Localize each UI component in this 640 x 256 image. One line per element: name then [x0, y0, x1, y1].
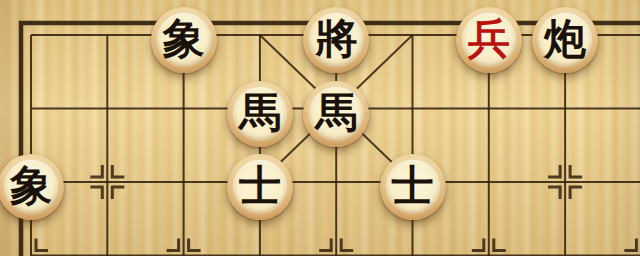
piece-face: 炮: [538, 13, 592, 67]
piece-black-general[interactable]: 將: [303, 7, 369, 73]
piece-black-horse[interactable]: 馬: [303, 81, 369, 147]
pieces-layer: 象將兵炮馬馬象士士: [0, 0, 640, 256]
piece-face: 象: [4, 160, 58, 214]
piece-red-soldier[interactable]: 兵: [456, 7, 522, 73]
piece-character: 將: [315, 18, 357, 60]
piece-face: 兵: [462, 13, 516, 67]
piece-face: 士: [386, 160, 440, 214]
piece-character: 士: [392, 165, 434, 207]
piece-face: 象: [157, 13, 211, 67]
piece-character: 象: [10, 165, 52, 207]
piece-black-horse[interactable]: 馬: [227, 81, 293, 147]
piece-face: 將: [309, 13, 363, 67]
piece-face: 士: [233, 160, 287, 214]
piece-character: 士: [239, 165, 281, 207]
piece-face: 馬: [309, 87, 363, 141]
piece-black-elephant[interactable]: 象: [151, 7, 217, 73]
xiangqi-screenshot: 象將兵炮馬馬象士士: [0, 0, 640, 256]
piece-black-advisor[interactable]: 士: [227, 154, 293, 220]
piece-character: 炮: [544, 18, 586, 60]
piece-black-advisor[interactable]: 士: [380, 154, 446, 220]
piece-character: 馬: [239, 92, 281, 134]
piece-black-cannon[interactable]: 炮: [532, 7, 598, 73]
piece-character: 馬: [315, 92, 357, 134]
piece-black-elephant[interactable]: 象: [0, 154, 64, 220]
piece-character: 象: [163, 18, 205, 60]
xiangqi-board[interactable]: 象將兵炮馬馬象士士: [0, 0, 640, 256]
piece-character: 兵: [468, 18, 510, 60]
piece-face: 馬: [233, 87, 287, 141]
